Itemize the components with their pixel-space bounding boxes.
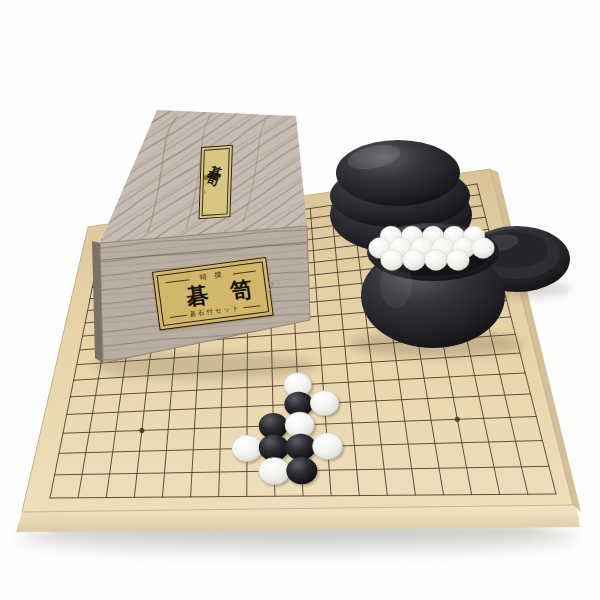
board-stone-white	[232, 435, 262, 461]
label-rule	[244, 305, 261, 308]
board-stone-white	[310, 391, 338, 416]
board-stone-black	[286, 434, 316, 460]
board-stone-black	[286, 457, 317, 484]
bowl-stone-white	[472, 238, 495, 259]
board-stone-white	[312, 433, 342, 459]
label-rule	[232, 270, 255, 274]
scene-svg	[0, 0, 600, 600]
star-point	[455, 417, 460, 422]
label-rule	[165, 279, 188, 283]
bowl-stone-white	[447, 250, 470, 271]
box-front-label-frame: 特撰 碁笥 碁石付セット	[156, 261, 269, 326]
bowl-stone-white	[425, 250, 448, 271]
box-top-label-side-text: 碁石付セット	[201, 170, 208, 194]
label-rule	[170, 315, 187, 318]
box-top-label: 碁石付セット 碁笥	[198, 145, 232, 220]
open-bowl-highlight	[380, 260, 412, 308]
product-photo: 特撰 碁笥 碁石付セット 碁石付セット 碁笥 7	[0, 0, 600, 600]
star-point	[139, 428, 144, 433]
open-go-bowl	[361, 223, 505, 348]
board-stone-black	[259, 434, 289, 460]
board-stone-white	[259, 457, 290, 484]
